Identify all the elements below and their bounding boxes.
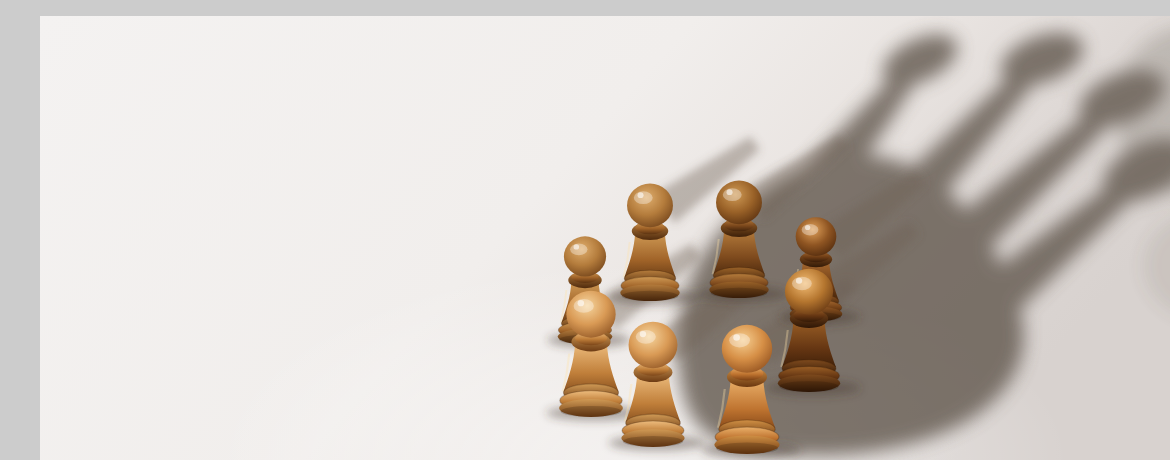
scene-svg — [40, 16, 1170, 460]
crown-shadow-photo — [40, 16, 1170, 460]
